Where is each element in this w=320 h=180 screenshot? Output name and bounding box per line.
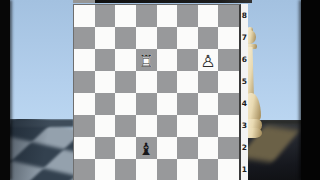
top-edge-gray-bar: [73, 0, 95, 3]
square-d8: [136, 5, 157, 27]
letterbox-bar-right: [301, 0, 320, 180]
square-b8: [95, 5, 116, 27]
letterbox-bar-left: [0, 0, 10, 180]
square-h6: [218, 49, 239, 71]
square-g2: [198, 137, 219, 159]
rank-label-2: 2: [241, 136, 248, 158]
square-f3: [177, 115, 198, 137]
rank-label-1: 1: [241, 158, 248, 180]
square-c3: [115, 115, 136, 137]
square-a4: [74, 93, 95, 115]
square-g3: [198, 115, 219, 137]
square-a2: [74, 137, 95, 159]
background-chessboard-photo-left: [10, 119, 74, 180]
square-d2: ♝: [136, 137, 157, 159]
square-e4: [157, 93, 178, 115]
square-b3: [95, 115, 116, 137]
square-f4: [177, 93, 198, 115]
square-b5: [95, 71, 116, 93]
square-a7: [74, 27, 95, 49]
square-c7: [115, 27, 136, 49]
square-b2: [95, 137, 116, 159]
square-d5: [136, 71, 157, 93]
rank-label-4: 4: [241, 92, 248, 114]
shadow-overlay: [10, 119, 74, 180]
square-h7: [218, 27, 239, 49]
square-d1: [136, 159, 157, 180]
rank-label-7: 7: [241, 26, 248, 48]
square-e5: [157, 71, 178, 93]
piece-white-pawn: ♟♙: [198, 49, 219, 71]
square-c5: [115, 71, 136, 93]
square-h4: [218, 93, 239, 115]
square-g8: [198, 5, 219, 27]
square-b1: [95, 159, 116, 180]
square-f5: [177, 71, 198, 93]
square-c1: [115, 159, 136, 180]
square-c6: [115, 49, 136, 71]
square-a5: [74, 71, 95, 93]
square-a1: [74, 159, 95, 180]
square-d7: [136, 27, 157, 49]
square-b6: [95, 49, 116, 71]
square-a3: [74, 115, 95, 137]
square-h8: [218, 5, 239, 27]
rank-label-5: 5: [241, 70, 248, 92]
square-g7: [198, 27, 219, 49]
rank-labels: 87654321: [241, 4, 248, 180]
chess-board: ♜♖♟♙♝: [73, 4, 241, 180]
piece-black-bishop: ♝: [136, 137, 157, 159]
square-f6: [177, 49, 198, 71]
chess-diagram: ♜♖♟♙♝ 87654321: [73, 4, 248, 180]
square-g1: [198, 159, 219, 180]
top-edge-dark-bar: [95, 0, 252, 3]
square-e8: [157, 5, 178, 27]
rank-label-6: 6: [241, 48, 248, 70]
square-g5: [198, 71, 219, 93]
square-f8: [177, 5, 198, 27]
square-e1: [157, 159, 178, 180]
square-f2: [177, 137, 198, 159]
rank-label-3: 3: [241, 114, 248, 136]
square-e6: [157, 49, 178, 71]
square-b4: [95, 93, 116, 115]
square-h5: [218, 71, 239, 93]
square-e2: [157, 137, 178, 159]
square-g6: ♟♙: [198, 49, 219, 71]
square-d4: [136, 93, 157, 115]
square-e7: [157, 27, 178, 49]
rank-label-8: 8: [241, 4, 248, 26]
square-c4: [115, 93, 136, 115]
square-c2: [115, 137, 136, 159]
square-h2: [218, 137, 239, 159]
square-f7: [177, 27, 198, 49]
piece-white-rook: ♜♖: [136, 49, 157, 71]
square-d6: ♜♖: [136, 49, 157, 71]
square-e3: [157, 115, 178, 137]
square-f1: [177, 159, 198, 180]
square-a8: [74, 5, 95, 27]
square-b7: [95, 27, 116, 49]
square-h1: [218, 159, 239, 180]
square-d3: [136, 115, 157, 137]
square-c8: [115, 5, 136, 27]
square-a6: [74, 49, 95, 71]
video-frame: ♜♖♟♙♝ 87654321: [0, 0, 320, 180]
square-g4: [198, 93, 219, 115]
square-h3: [218, 115, 239, 137]
